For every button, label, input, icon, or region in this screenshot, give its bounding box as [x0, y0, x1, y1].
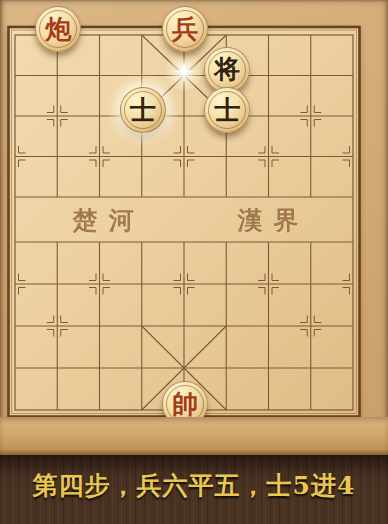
piece-glyph: 帥 — [172, 391, 198, 417]
piece-black-advisor[interactable]: 士 — [120, 87, 166, 133]
piece-glyph: 炮 — [45, 16, 71, 42]
piece-red-soldier[interactable]: 兵 — [162, 6, 208, 52]
piece-glyph: 兵 — [172, 16, 198, 42]
piece-black-general[interactable]: 将 — [204, 47, 250, 93]
move-caption-bar: 第四步，兵六平五，士5进4 — [0, 455, 388, 524]
xiangqi-board[interactable]: 楚河 漢界 炮兵将士士帥 — [0, 0, 388, 455]
piece-glyph: 将 — [214, 56, 240, 82]
xiangqi-app: 楚河 漢界 炮兵将士士帥 第四步，兵六平五，士5进4 — [0, 0, 388, 524]
board-bottom-edge — [0, 417, 388, 455]
move-caption: 第四步，兵六平五，士5进4 — [33, 469, 356, 502]
piece-glyph: 士 — [130, 97, 156, 123]
piece-black-advisor[interactable]: 士 — [204, 87, 250, 133]
piece-glyph: 士 — [214, 97, 240, 123]
pieces-layer: 炮兵将士士帥 — [0, 0, 388, 455]
piece-red-cannon[interactable]: 炮 — [35, 6, 81, 52]
